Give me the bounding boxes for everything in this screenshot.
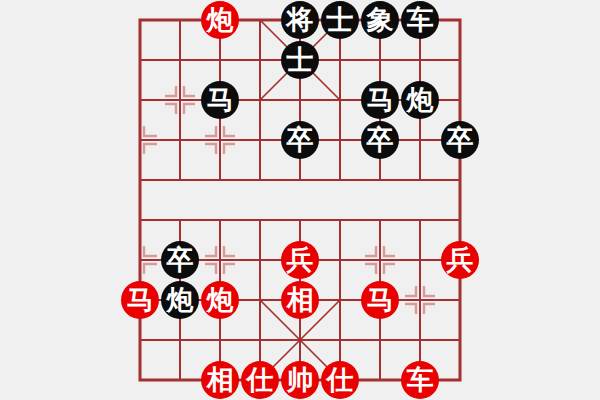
red-chariot[interactable]: 车: [401, 361, 439, 399]
black-soldier[interactable]: 卒: [281, 121, 319, 159]
black-advisor[interactable]: 士: [281, 41, 319, 79]
red-soldier[interactable]: 兵: [441, 241, 479, 279]
black-soldier[interactable]: 卒: [161, 241, 199, 279]
black-general[interactable]: 将: [281, 1, 319, 39]
red-cannon[interactable]: 炮: [201, 281, 239, 319]
red-horse[interactable]: 马: [121, 281, 159, 319]
black-advisor[interactable]: 士: [321, 1, 359, 39]
black-horse[interactable]: 马: [201, 81, 239, 119]
black-cannon[interactable]: 炮: [401, 81, 439, 119]
red-horse[interactable]: 马: [361, 281, 399, 319]
red-advisor[interactable]: 仕: [321, 361, 359, 399]
black-horse[interactable]: 马: [361, 81, 399, 119]
black-elephant[interactable]: 象: [361, 1, 399, 39]
black-soldier[interactable]: 卒: [441, 121, 479, 159]
xiangqi-board[interactable]: 炮将士象车士马马炮卒卒卒卒兵兵马炮炮相马相仕帅仕车: [120, 0, 480, 400]
xiangqi-app: 炮将士象车士马马炮卒卒卒卒兵兵马炮炮相马相仕帅仕车: [0, 0, 600, 400]
red-elephant[interactable]: 相: [201, 361, 239, 399]
red-soldier[interactable]: 兵: [281, 241, 319, 279]
black-cannon[interactable]: 炮: [161, 281, 199, 319]
red-cannon[interactable]: 炮: [201, 1, 239, 39]
red-advisor[interactable]: 仕: [241, 361, 279, 399]
red-elephant[interactable]: 相: [281, 281, 319, 319]
black-chariot[interactable]: 车: [401, 1, 439, 39]
black-soldier[interactable]: 卒: [361, 121, 399, 159]
red-general[interactable]: 帅: [281, 361, 319, 399]
